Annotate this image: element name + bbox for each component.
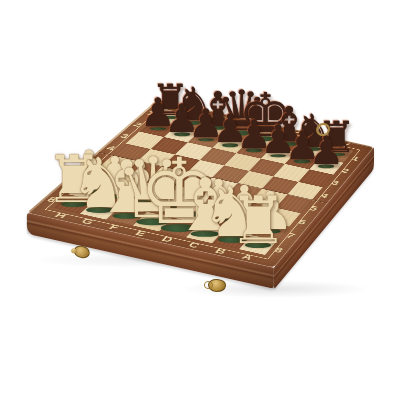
brass-clasp-icon bbox=[207, 278, 226, 293]
chess-set-photo: chess HGFEDCBAHGFEDCBA1234567812345678 ♜… bbox=[0, 0, 400, 400]
